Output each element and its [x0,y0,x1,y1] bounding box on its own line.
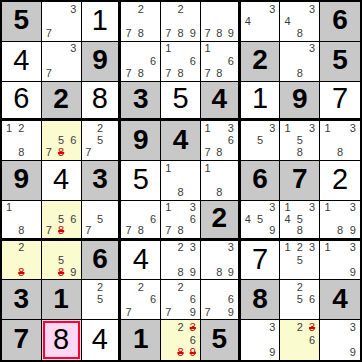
candidate: 8 [294,147,306,159]
candidate: 9 [346,225,359,237]
cell-r4c6[interactable]: 13678 [201,121,241,161]
candidate-grid: 2679 [162,281,199,318]
cell-r4c3[interactable]: 257 [82,121,122,161]
candidate: 4 [281,15,293,27]
cell-r6c7[interactable]: 3459 [241,201,281,241]
given-digit: 4 [173,126,189,154]
sudoku-board: 5371278278978934348643796781678167823856… [0,0,362,362]
solved-digit: 6 [13,84,29,113]
candidate: 9 [187,306,199,318]
candidate-grid: 789 [202,3,237,40]
candidate: 7 [122,225,134,237]
cell-r6c3[interactable]: 57 [82,201,122,241]
candidate: 7 [83,225,95,237]
candidate-grid: 1358 [281,122,318,159]
cell-r6c9[interactable]: 1389 [320,201,360,241]
candidate: 3 [266,202,278,214]
solved-digit: 7 [332,84,348,113]
cell-r8c2[interactable]: 1 [42,280,82,320]
solved-digit: 2 [332,165,348,194]
cell-r9c6[interactable]: 5 [201,320,241,360]
candidate-grid: 138 [321,122,359,159]
solved-digit: 4 [92,325,108,354]
cell-r4c5[interactable]: 4 [161,121,201,161]
given-digit: 9 [92,46,108,74]
candidate: 1 [162,162,174,174]
cell-r1c2[interactable]: 37 [42,2,82,42]
candidate-grid: 57 [83,202,118,237]
solved-digit: 4 [53,165,69,194]
candidate: 6 [187,213,199,225]
candidate: 9 [266,346,278,359]
candidate: 6 [306,334,318,347]
candidate: 3 [225,122,237,134]
cell-r3c5[interactable]: 5 [161,82,201,122]
cell-r1c3[interactable]: 1 [82,2,122,42]
cell-r1c9[interactable]: 6 [320,2,360,42]
solved-digit: 8 [53,325,69,354]
candidate-grid: 139 [321,242,359,279]
cell-r9c9[interactable]: 39 [320,320,360,360]
solved-digit: 5 [172,84,188,113]
candidate: 1 [281,202,293,214]
cell-r7c8[interactable]: 1235 [280,241,320,281]
cell-r4c4[interactable]: 9 [121,121,161,161]
candidate: 8 [334,147,347,159]
cell-r3c8[interactable]: 9 [280,82,320,122]
cell-r9c8[interactable]: 236 [280,320,320,360]
candidate-grid: 2789 [162,3,199,40]
candidate: 1 [3,202,15,214]
given-digit: 5 [211,325,227,353]
candidate-grid: 678 [122,43,159,80]
candidate: 9 [225,266,237,278]
candidate: 3 [187,202,199,214]
candidate: 8 [174,266,186,278]
cell-r5c8[interactable]: 7 [280,161,320,201]
candidate: 9 [225,28,237,40]
candidate: 2 [174,321,186,334]
candidate: 5 [94,213,106,225]
candidate: 8 [174,28,186,40]
cell-r5c4[interactable]: 5 [121,161,161,201]
cell-r6c2[interactable]: 5678 [42,201,82,241]
cell-r4c7[interactable]: 35 [241,121,281,161]
cell-r1c6[interactable]: 789 [201,2,241,42]
candidate: 8 [174,67,186,79]
candidate: 6 [306,294,318,306]
candidate: 5 [294,135,306,147]
candidate: 8 [174,225,186,237]
candidate: 2 [15,242,27,254]
cell-r9c5[interactable]: 23689 [161,320,201,360]
candidate: 1 [202,43,214,55]
cell-r6c5[interactable]: 13678 [161,201,201,241]
candidate: 5 [254,135,266,147]
candidate-grid: 35 [242,122,279,159]
cell-r6c6[interactable]: 2 [201,201,241,241]
eliminated-candidate: 3 [187,321,199,334]
candidate: 8 [294,67,306,79]
given-digit: 3 [133,85,149,113]
candidate-grid: 678 [122,202,159,237]
cell-r7c2[interactable]: 589 [42,241,82,281]
given-digit: 6 [252,165,268,193]
cell-r5c3[interactable]: 3 [82,161,122,201]
candidate: 6 [225,55,237,67]
given-digit: 7 [14,325,30,353]
candidate-grid: 267 [122,281,159,318]
cell-r6c4[interactable]: 678 [121,201,161,241]
candidate: 2 [294,281,306,293]
cell-r5c9[interactable]: 2 [320,161,360,201]
solved-digit: 5 [133,165,149,194]
cell-r3c7[interactable]: 1 [241,82,281,122]
candidate-grid: 679 [202,281,237,318]
candidate: 1 [281,242,293,254]
candidate: 6 [225,294,237,306]
cell-r7c7[interactable]: 7 [241,241,281,281]
cell-r2c9[interactable]: 5 [320,42,360,82]
cell-r8c6[interactable]: 679 [201,280,241,320]
candidate: 1 [321,202,334,214]
candidate: 5 [55,213,67,225]
cell-r7c1[interactable]: 28 [2,241,42,281]
candidate: 7 [43,28,55,40]
candidate: 3 [187,242,199,254]
candidate-grid: 5678 [43,202,80,237]
candidate-grid: 256 [281,281,318,318]
candidate: 4 [242,15,254,27]
given-digit: 3 [14,285,30,313]
cell-r3c3[interactable]: 8 [82,82,122,122]
candidate: 8 [15,225,27,237]
candidate: 1 [162,43,174,55]
cell-r8c5[interactable]: 2679 [161,280,201,320]
candidate: 5 [55,254,67,266]
candidate-grid: 25 [83,281,118,318]
candidate: 9 [67,266,79,278]
given-digit: 4 [211,85,227,113]
candidate: 2 [135,3,147,15]
candidate-grid: 1389 [321,202,359,237]
solved-digit: 4 [13,46,29,75]
candidate: 3 [266,122,278,134]
candidate: 1 [202,162,214,174]
candidate: 7 [122,67,134,79]
candidate: 7 [122,306,134,318]
candidate: 8 [213,266,225,278]
cell-r6c1[interactable]: 18 [2,201,42,241]
candidate: 8 [334,225,347,237]
cell-r7c4[interactable]: 4 [121,241,161,281]
cell-r4c9[interactable]: 138 [320,121,360,161]
candidate-grid: 278 [122,3,159,40]
given-digit: 9 [14,165,30,193]
candidate-grid: 18 [202,162,237,199]
candidate: 9 [266,225,278,237]
candidate: 7 [83,147,95,159]
candidate: 2 [94,281,106,293]
candidate-grid: 37 [43,43,80,80]
cell-r1c8[interactable]: 348 [280,2,320,42]
candidate-grid: 39 [321,321,359,359]
candidate: 5 [55,135,67,147]
candidate: 7 [162,67,174,79]
candidate-grid: 389 [202,242,237,279]
candidate-grid: 236 [281,321,318,359]
candidate: 3 [346,242,359,254]
candidate-grid: 3459 [242,202,279,237]
candidate: 3 [67,43,79,55]
candidate: 6 [67,135,79,147]
cell-r1c7[interactable]: 34 [241,2,281,42]
given-digit: 9 [292,85,308,113]
candidate: 8 [174,187,186,199]
candidate-grid: 34 [242,3,279,40]
cell-r5c1[interactable]: 9 [2,161,42,201]
candidate: 3 [266,321,278,334]
cell-r8c1[interactable]: 3 [2,280,42,320]
cell-r8c3[interactable]: 25 [82,280,122,320]
candidate: 8 [213,147,225,159]
given-digit: 3 [92,165,108,193]
cell-r3c1[interactable]: 6 [2,82,42,122]
candidate: 9 [346,346,359,359]
cell-r9c2[interactable]: 8 [42,320,82,360]
candidate: 2 [294,321,306,334]
candidate: 7 [202,306,214,318]
cell-r2c3[interactable]: 9 [82,42,122,82]
candidate-grid: 18 [162,162,199,199]
candidate: 3 [306,202,318,214]
cell-r6c8[interactable]: 13458 [280,201,320,241]
cell-r9c7[interactable]: 39 [241,320,281,360]
given-digit: 5 [14,6,30,34]
candidate: 5 [94,135,106,147]
candidate: 1 [321,122,334,134]
cell-r2c8[interactable]: 38 [280,42,320,82]
cell-r7c5[interactable]: 2389 [161,241,201,281]
cell-r9c4[interactable]: 1 [121,320,161,360]
candidate: 8 [213,187,225,199]
candidate: 5 [294,294,306,306]
cell-r1c4[interactable]: 278 [121,2,161,42]
given-digit: 8 [252,285,268,313]
cell-r7c6[interactable]: 389 [201,241,241,281]
candidate: 6 [67,213,79,225]
cell-r5c2[interactable]: 4 [42,161,82,201]
cell-r2c7[interactable]: 2 [241,42,281,82]
candidate: 1 [321,242,334,254]
candidate: 5 [294,213,306,225]
candidate: 2 [94,122,106,134]
eliminated-candidate: 8 [174,346,186,359]
candidate: 7 [122,28,134,40]
candidate: 7 [43,147,55,159]
cell-r1c5[interactable]: 2789 [161,2,201,42]
candidate: 8 [15,147,27,159]
solved-digit: 8 [92,84,108,113]
candidate: 4 [281,213,293,225]
cell-r9c1[interactable]: 7 [2,320,42,360]
cell-r3c9[interactable]: 7 [320,82,360,122]
candidate: 8 [213,28,225,40]
cell-r9c3[interactable]: 4 [82,320,122,360]
cell-r8c7[interactable]: 8 [241,280,281,320]
cell-r4c1[interactable]: 128 [2,121,42,161]
candidate: 8 [294,225,306,237]
cell-r2c4[interactable]: 678 [121,42,161,82]
given-digit: 1 [53,285,69,313]
candidate-grid: 13458 [281,202,318,237]
candidate: 6 [147,213,159,225]
solved-digit: 1 [252,84,268,113]
candidate-grid: 589 [43,242,80,279]
candidate: 3 [346,122,359,134]
candidate: 7 [202,28,214,40]
cell-r3c2[interactable]: 2 [42,82,82,122]
cell-r3c4[interactable]: 3 [121,82,161,122]
candidate: 2 [294,242,306,254]
candidate-grid: 348 [281,3,318,40]
candidate: 7 [43,225,55,237]
candidate-grid: 28 [3,242,40,279]
candidate-grid: 2389 [162,242,199,279]
cell-r3c6[interactable]: 4 [201,82,241,122]
given-digit: 6 [332,6,348,34]
eliminated-candidate: 8 [55,147,67,159]
candidate: 3 [306,3,318,15]
eliminated-candidate: 9 [187,346,199,359]
given-digit: 2 [53,85,69,113]
candidate: 1 [3,122,15,134]
candidate: 9 [346,266,359,278]
given-digit: 4 [332,285,348,313]
candidate: 8 [135,225,147,237]
candidate: 7 [202,67,214,79]
candidate: 3 [266,3,278,15]
candidate: 2 [15,122,27,134]
cell-r5c5[interactable]: 18 [161,161,201,201]
candidate: 6 [225,135,237,147]
candidate: 6 [187,294,199,306]
candidate: 6 [187,334,199,347]
given-digit: 5 [332,46,348,74]
cell-r2c5[interactable]: 1678 [161,42,201,82]
candidate: 7 [162,306,174,318]
candidate: 8 [135,28,147,40]
given-digit: 9 [133,126,149,154]
candidate: 6 [187,55,199,67]
candidate: 8 [294,28,306,40]
candidate-grid: 5678 [43,122,80,159]
cell-r8c8[interactable]: 256 [280,280,320,320]
candidate-grid: 37 [43,3,80,40]
given-digit: 1 [133,325,149,353]
candidate-grid: 13678 [162,202,199,237]
cell-r5c6[interactable]: 18 [201,161,241,201]
candidate: 7 [162,28,174,40]
candidate: 8 [135,67,147,79]
eliminated-candidate: 3 [306,321,318,334]
candidate: 9 [225,306,237,318]
candidate-grid: 128 [3,122,40,159]
solved-digit: 4 [133,245,149,274]
cell-r2c2[interactable]: 37 [42,42,82,82]
candidate: 2 [174,242,186,254]
candidate: 2 [174,281,186,293]
cell-r4c8[interactable]: 1358 [280,121,320,161]
candidate: 7 [202,147,214,159]
cell-r1c1[interactable]: 5 [2,2,42,42]
candidate: 6 [147,55,159,67]
candidate: 3 [306,122,318,134]
candidate: 7 [43,67,55,79]
candidate-grid: 257 [83,122,118,159]
candidate-grid: 1235 [281,242,318,279]
candidate-grid: 18 [3,202,40,237]
candidate: 8 [213,67,225,79]
eliminated-candidate: 8 [55,225,67,237]
candidate: 5 [294,254,306,266]
cell-r5c7[interactable]: 6 [241,161,281,201]
candidate-grid: 39 [242,321,279,359]
candidate-grid: 38 [281,43,318,80]
candidate: 1 [202,122,214,134]
candidate: 4 [242,213,254,225]
eliminated-candidate: 8 [15,266,27,278]
candidate: 7 [162,225,174,237]
cell-r7c9[interactable]: 139 [320,241,360,281]
cell-r8c4[interactable]: 267 [121,280,161,320]
candidate: 3 [346,202,359,214]
candidate: 2 [135,281,147,293]
candidate-grid: 13678 [202,122,237,159]
solved-digit: 7 [252,245,268,274]
candidate: 9 [187,28,199,40]
candidate: 5 [254,213,266,225]
eliminated-candidate: 8 [55,266,67,278]
given-digit: 2 [211,204,227,232]
candidate: 2 [174,3,186,15]
solved-digit: 1 [92,6,108,35]
candidate-grid: 1678 [202,43,237,80]
given-digit: 2 [252,46,268,74]
given-digit: 7 [292,165,308,193]
cell-r7c3[interactable]: 6 [82,241,122,281]
cell-r2c6[interactable]: 1678 [201,42,241,82]
candidate: 1 [162,202,174,214]
candidate: 1 [281,122,293,134]
candidate-grid: 23689 [162,321,199,359]
given-digit: 6 [92,245,108,273]
candidate: 3 [225,242,237,254]
candidate: 3 [67,3,79,15]
candidate: 3 [306,242,318,254]
cell-r2c1[interactable]: 4 [2,42,42,82]
candidate: 3 [306,43,318,55]
cell-r8c9[interactable]: 4 [320,280,360,320]
cell-r4c2[interactable]: 5678 [42,121,82,161]
candidate-grid: 1678 [162,43,199,80]
candidate: 6 [147,294,159,306]
candidate: 9 [187,266,199,278]
candidate: 5 [94,294,106,306]
candidate: 3 [346,321,359,334]
